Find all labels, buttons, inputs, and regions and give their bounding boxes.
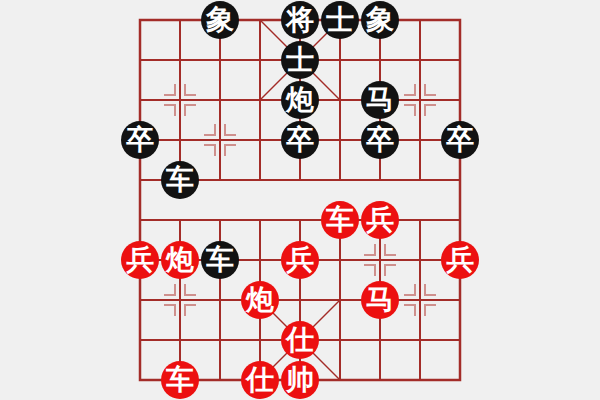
piece-black-soldier[interactable]: 卒 xyxy=(121,121,159,159)
piece-red-cannon[interactable]: 炮 xyxy=(241,281,279,319)
xiangqi-app: 象将士象士炮马卒卒卒卒车车车兵兵炮兵兵炮马仕车仕帅 xyxy=(0,0,600,400)
piece-black-soldier[interactable]: 卒 xyxy=(441,121,479,159)
piece-black-elephant[interactable]: 象 xyxy=(201,1,239,39)
piece-black-general[interactable]: 将 xyxy=(281,1,319,39)
piece-black-elephant[interactable]: 象 xyxy=(361,1,399,39)
piece-black-soldier[interactable]: 卒 xyxy=(361,121,399,159)
piece-red-soldier[interactable]: 兵 xyxy=(361,201,399,239)
piece-red-cannon[interactable]: 炮 xyxy=(161,241,199,279)
piece-red-advisor[interactable]: 仕 xyxy=(241,361,279,399)
piece-red-soldier[interactable]: 兵 xyxy=(441,241,479,279)
piece-red-chariot[interactable]: 车 xyxy=(321,201,359,239)
piece-red-chariot[interactable]: 车 xyxy=(161,361,199,399)
piece-black-horse[interactable]: 马 xyxy=(361,81,399,119)
piece-black-advisor[interactable]: 士 xyxy=(321,1,359,39)
piece-red-advisor[interactable]: 仕 xyxy=(281,321,319,359)
piece-red-soldier[interactable]: 兵 xyxy=(121,241,159,279)
piece-red-general[interactable]: 帅 xyxy=(281,361,319,399)
piece-black-advisor[interactable]: 士 xyxy=(281,41,319,79)
piece-black-chariot[interactable]: 车 xyxy=(161,161,199,199)
piece-red-soldier[interactable]: 兵 xyxy=(281,241,319,279)
piece-black-soldier[interactable]: 卒 xyxy=(281,121,319,159)
xiangqi-board[interactable]: 象将士象士炮马卒卒卒卒车车车兵兵炮兵兵炮马仕车仕帅 xyxy=(120,0,480,400)
piece-black-chariot[interactable]: 车 xyxy=(201,241,239,279)
piece-red-horse[interactable]: 马 xyxy=(361,281,399,319)
piece-black-cannon[interactable]: 炮 xyxy=(281,81,319,119)
